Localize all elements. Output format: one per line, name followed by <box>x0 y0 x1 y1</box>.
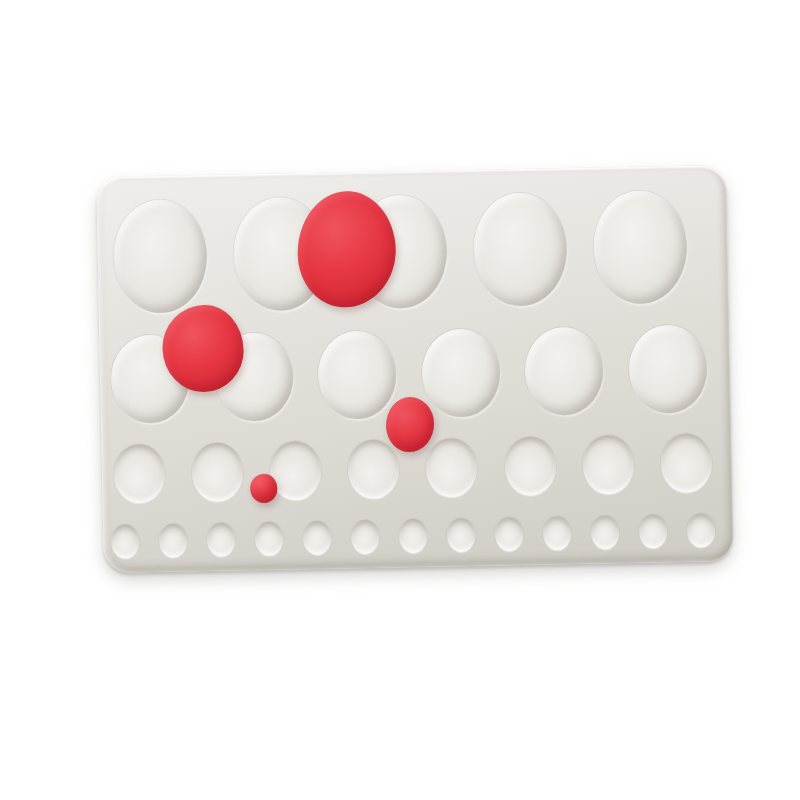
pit-r3-c3[interactable] <box>269 440 321 500</box>
pit-r4-c3[interactable] <box>207 522 236 557</box>
pit-r4-c7[interactable] <box>399 519 428 554</box>
pit-r3-c2[interactable] <box>191 442 243 502</box>
pit-r3-c8[interactable] <box>660 433 712 493</box>
pit-r4-c10[interactable] <box>543 516 572 551</box>
pit-r4-c11[interactable] <box>591 515 620 550</box>
pit-r1-c1[interactable] <box>112 198 207 313</box>
pit-r1-c4[interactable] <box>472 192 567 307</box>
pit-r2-c6[interactable] <box>628 324 708 413</box>
pit-r4-c13[interactable] <box>687 513 716 548</box>
pit-r1-c5[interactable] <box>592 189 687 304</box>
bead-tray <box>96 165 733 573</box>
pit-r3-c5[interactable] <box>426 437 478 497</box>
pit-r4-c5[interactable] <box>303 521 332 556</box>
pit-r4-c1[interactable] <box>111 524 140 559</box>
clay-ball-tiny[interactable] <box>249 473 277 503</box>
pit-r3-c6[interactable] <box>504 436 556 496</box>
pit-r4-c9[interactable] <box>495 517 524 552</box>
clay-ball-small[interactable] <box>386 396 435 452</box>
pit-r2-c4[interactable] <box>421 328 501 417</box>
pit-r2-c3[interactable] <box>317 330 397 419</box>
pit-r3-c4[interactable] <box>347 439 399 499</box>
pit-r4-c2[interactable] <box>159 523 188 558</box>
pit-r4-c8[interactable] <box>447 518 476 553</box>
pit-r3-c7[interactable] <box>582 434 634 494</box>
clay-ball-medium[interactable] <box>161 304 244 393</box>
pit-r4-c4[interactable] <box>255 522 284 557</box>
photo-background <box>0 0 800 800</box>
pit-r4-c6[interactable] <box>351 520 380 555</box>
pit-r4-c12[interactable] <box>639 514 668 549</box>
pit-r2-c5[interactable] <box>525 326 605 415</box>
pit-r3-c1[interactable] <box>113 443 165 503</box>
